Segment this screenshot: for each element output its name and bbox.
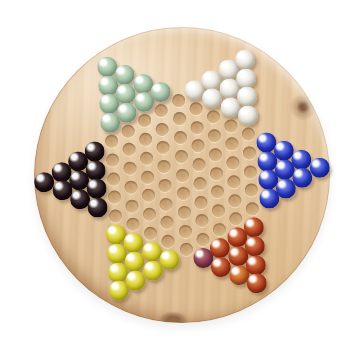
marble-white[interactable] — [237, 105, 258, 126]
board-hole[interactable] — [190, 121, 204, 135]
board-hole[interactable] — [192, 158, 206, 172]
board-hole[interactable] — [140, 151, 154, 165]
board-hole[interactable] — [157, 141, 171, 155]
marble-red[interactable] — [243, 217, 264, 238]
board-hole[interactable] — [194, 195, 208, 209]
board-hole[interactable] — [195, 214, 209, 228]
marble-blue[interactable] — [309, 157, 330, 178]
board-hole[interactable] — [144, 226, 158, 240]
marble-red[interactable] — [244, 236, 265, 257]
board-hole[interactable] — [159, 197, 173, 211]
board-hole[interactable] — [161, 234, 175, 248]
board-hole[interactable] — [121, 124, 135, 138]
board-hole[interactable] — [229, 212, 243, 226]
board-hole[interactable] — [141, 170, 155, 184]
marble-red[interactable] — [246, 273, 267, 294]
board-hole[interactable] — [228, 193, 242, 207]
marble-black[interactable] — [87, 197, 108, 218]
board-hole[interactable] — [209, 148, 223, 162]
marble-white[interactable] — [235, 68, 256, 89]
board-hole[interactable] — [224, 119, 238, 133]
board-hole[interactable] — [172, 112, 186, 126]
board-hole[interactable] — [142, 189, 156, 203]
board-hole[interactable] — [227, 175, 241, 189]
marble-black[interactable] — [86, 178, 107, 199]
board-hole[interactable] — [189, 102, 203, 116]
board-hole[interactable] — [108, 209, 122, 223]
board-hole[interactable] — [196, 233, 210, 247]
board-hole[interactable] — [160, 216, 174, 230]
marble-green[interactable] — [150, 81, 171, 102]
board-hole[interactable] — [178, 224, 192, 238]
board-hole[interactable] — [177, 206, 191, 220]
board-hole[interactable] — [124, 180, 138, 194]
board-hole[interactable] — [139, 133, 153, 147]
board-hole[interactable] — [246, 202, 260, 216]
board-hole[interactable] — [210, 185, 224, 199]
marble-yellow[interactable] — [159, 249, 180, 270]
board-hole[interactable] — [245, 183, 259, 197]
board-hole[interactable] — [191, 139, 205, 153]
board-hole[interactable] — [158, 178, 172, 192]
board-hole[interactable] — [104, 134, 118, 148]
board-hole[interactable] — [157, 160, 171, 174]
marble-red[interactable] — [245, 254, 266, 275]
board-hole[interactable] — [176, 187, 190, 201]
board-hole[interactable] — [106, 172, 120, 186]
board-hole[interactable] — [138, 114, 152, 128]
marble-white[interactable] — [236, 86, 257, 107]
board-hole[interactable] — [107, 190, 121, 204]
board-hole[interactable] — [179, 243, 193, 257]
chinese-checkers-board — [34, 27, 330, 323]
board-hole[interactable] — [156, 122, 170, 136]
board-hole[interactable] — [226, 156, 240, 170]
board-hole[interactable] — [242, 127, 256, 141]
board-hole[interactable] — [244, 165, 258, 179]
board-hole[interactable] — [143, 207, 157, 221]
marble-white[interactable] — [234, 49, 255, 70]
board-lattice — [26, 19, 337, 330]
board-hole[interactable] — [211, 204, 225, 218]
board-hole[interactable] — [243, 146, 257, 160]
board-hole[interactable] — [210, 166, 224, 180]
board-hole[interactable] — [212, 222, 226, 236]
photo-background — [0, 0, 360, 360]
board-hole[interactable] — [122, 143, 136, 157]
board-hole[interactable] — [155, 104, 169, 118]
board-hole[interactable] — [126, 218, 140, 232]
board-hole[interactable] — [105, 153, 119, 167]
board-hole[interactable] — [175, 168, 189, 182]
board-hole[interactable] — [123, 162, 137, 176]
board-hole[interactable] — [173, 131, 187, 145]
board-hole[interactable] — [174, 149, 188, 163]
board-hole[interactable] — [171, 93, 185, 107]
board-hole[interactable] — [207, 110, 221, 124]
board-hole[interactable] — [193, 177, 207, 191]
board-hole[interactable] — [125, 199, 139, 213]
board-hole[interactable] — [208, 129, 222, 143]
board-hole[interactable] — [225, 137, 239, 151]
marble-black[interactable] — [85, 160, 106, 181]
marble-black[interactable] — [84, 141, 105, 162]
